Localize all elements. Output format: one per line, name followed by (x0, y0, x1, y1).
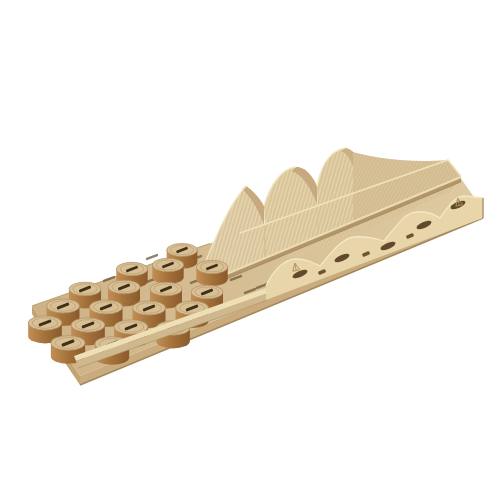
board-slot (146, 254, 159, 261)
puck[interactable] (196, 260, 227, 286)
product-photo (0, 0, 500, 500)
puck[interactable] (152, 258, 183, 284)
wave-crest-3 (317, 148, 353, 236)
game-render (0, 0, 500, 500)
